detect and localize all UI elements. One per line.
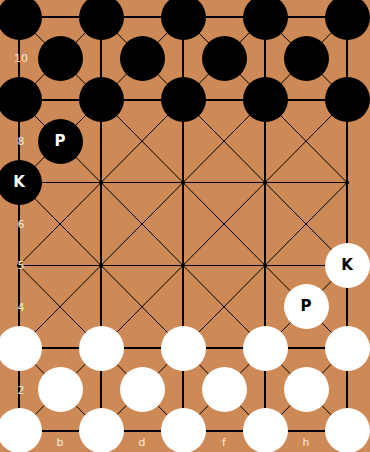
game-board: 1234567891011abcdefghi PKKP	[0, 0, 370, 452]
board-gap	[163, 369, 204, 410]
stone-white-pawn[interactable]	[325, 326, 370, 371]
board-point[interactable]	[286, 203, 327, 244]
board-gap	[122, 162, 163, 203]
board-point[interactable]	[163, 0, 204, 38]
board-gap	[122, 410, 163, 451]
board-point[interactable]	[327, 410, 368, 451]
board-gap	[204, 0, 245, 38]
board-point[interactable]	[327, 162, 368, 203]
board-point[interactable]	[286, 369, 327, 410]
board-gap	[81, 203, 122, 244]
board-point[interactable]: K	[0, 162, 40, 203]
board-point[interactable]	[245, 79, 286, 120]
board-point[interactable]	[204, 203, 245, 244]
board-gap	[245, 120, 286, 161]
board-point[interactable]	[286, 38, 327, 79]
board-point[interactable]	[40, 286, 81, 327]
board-gap	[327, 369, 368, 410]
stone-black-pawn[interactable]	[79, 77, 124, 122]
board-gap	[286, 327, 327, 368]
stone-black-pawn[interactable]	[0, 77, 42, 122]
board-gap	[327, 120, 368, 161]
board-point[interactable]	[204, 369, 245, 410]
board-point[interactable]	[40, 38, 81, 79]
board-point[interactable]	[0, 79, 40, 120]
stone-white-pawn[interactable]	[38, 367, 83, 412]
board-gap	[327, 38, 368, 79]
board-point[interactable]	[163, 245, 204, 286]
board-point[interactable]	[163, 162, 204, 203]
board-point[interactable]	[327, 327, 368, 368]
board-gap	[245, 286, 286, 327]
board-point[interactable]	[81, 327, 122, 368]
board-gap	[0, 286, 40, 327]
stone-black-pawn[interactable]	[243, 0, 288, 40]
stone-white-king[interactable]: K	[325, 243, 370, 288]
stone-black-pawn[interactable]	[161, 77, 206, 122]
stone-black-pawn[interactable]	[38, 36, 83, 81]
board-point[interactable]	[204, 286, 245, 327]
stone-black-king[interactable]: K	[0, 160, 42, 205]
board-gap	[40, 245, 81, 286]
board-points-grid: PKKP	[0, 0, 368, 452]
board-point[interactable]	[163, 327, 204, 368]
board-gap	[40, 162, 81, 203]
piece-letter: K	[341, 258, 353, 273]
board-point[interactable]	[122, 38, 163, 79]
stone-white-pawn[interactable]	[243, 326, 288, 371]
piece-letter: P	[55, 134, 66, 149]
board-point[interactable]	[163, 79, 204, 120]
board-gap	[0, 120, 40, 161]
stone-white-pawn[interactable]	[161, 408, 206, 452]
piece-letter: K	[13, 175, 25, 190]
board-gap	[327, 286, 368, 327]
board-point[interactable]	[245, 245, 286, 286]
board-point[interactable]	[81, 0, 122, 38]
stone-black-pawn[interactable]	[243, 77, 288, 122]
board-point[interactable]	[245, 410, 286, 451]
board-gap	[40, 79, 81, 120]
board-point[interactable]	[245, 0, 286, 38]
board-point[interactable]	[122, 120, 163, 161]
stone-white-prince[interactable]: P	[284, 284, 329, 329]
board-gap	[122, 327, 163, 368]
board-gap	[81, 38, 122, 79]
stone-black-pawn[interactable]	[325, 77, 370, 122]
stone-white-pawn[interactable]	[79, 408, 124, 452]
board-point[interactable]	[204, 120, 245, 161]
board-gap	[163, 38, 204, 79]
board-point[interactable]	[81, 245, 122, 286]
board-point[interactable]	[0, 327, 40, 368]
board-point[interactable]	[245, 327, 286, 368]
board-gap	[122, 79, 163, 120]
stone-white-pawn[interactable]	[202, 367, 247, 412]
board-point[interactable]	[327, 79, 368, 120]
board-gap	[245, 369, 286, 410]
stone-white-pawn[interactable]	[120, 367, 165, 412]
stone-black-pawn[interactable]	[325, 0, 370, 40]
board-gap	[245, 203, 286, 244]
board-point[interactable]: K	[327, 245, 368, 286]
board-point[interactable]	[204, 38, 245, 79]
board-point[interactable]	[286, 120, 327, 161]
stone-white-pawn[interactable]	[243, 408, 288, 452]
board-gap	[122, 245, 163, 286]
board-gap	[286, 0, 327, 38]
stone-white-pawn[interactable]	[284, 367, 329, 412]
board-gap	[122, 0, 163, 38]
board-point[interactable]	[163, 410, 204, 451]
board-point[interactable]: P	[286, 286, 327, 327]
board-gap	[286, 79, 327, 120]
board-gap	[204, 410, 245, 451]
stone-black-pawn[interactable]	[0, 0, 42, 40]
board-gap	[327, 203, 368, 244]
board-gap	[81, 286, 122, 327]
board-gap	[286, 162, 327, 203]
board-gap	[204, 245, 245, 286]
board-gap	[204, 79, 245, 120]
board-gap	[163, 203, 204, 244]
board-gap	[204, 327, 245, 368]
board-gap	[81, 369, 122, 410]
board-point[interactable]: P	[40, 120, 81, 161]
stone-white-pawn[interactable]	[325, 408, 370, 452]
stone-white-pawn[interactable]	[79, 326, 124, 371]
stone-black-prince[interactable]: P	[38, 119, 83, 164]
board-point[interactable]	[245, 162, 286, 203]
board-point[interactable]	[81, 410, 122, 451]
board-point[interactable]	[0, 245, 40, 286]
board-gap	[0, 203, 40, 244]
stone-black-pawn[interactable]	[79, 0, 124, 40]
stone-black-pawn[interactable]	[161, 0, 206, 40]
stone-white-pawn[interactable]	[0, 408, 42, 452]
board-gap	[81, 120, 122, 161]
board-gap	[163, 120, 204, 161]
board-point[interactable]	[40, 203, 81, 244]
board-gap	[245, 38, 286, 79]
board-point[interactable]	[0, 0, 40, 38]
board-point[interactable]	[122, 369, 163, 410]
board-point[interactable]	[0, 410, 40, 451]
piece-letter: P	[301, 299, 312, 314]
board-gap	[40, 327, 81, 368]
board-gap	[0, 38, 40, 79]
board-point[interactable]	[40, 369, 81, 410]
stone-white-pawn[interactable]	[0, 326, 42, 371]
board-point[interactable]	[81, 79, 122, 120]
board-gap	[40, 410, 81, 451]
stone-black-pawn[interactable]	[120, 36, 165, 81]
board-point[interactable]	[122, 203, 163, 244]
stone-white-pawn[interactable]	[161, 326, 206, 371]
stone-black-pawn[interactable]	[202, 36, 247, 81]
board-gap	[40, 0, 81, 38]
board-gap	[0, 369, 40, 410]
board-gap	[163, 286, 204, 327]
board-point[interactable]	[81, 162, 122, 203]
board-gap	[286, 245, 327, 286]
board-gap	[286, 410, 327, 451]
board-gap	[204, 162, 245, 203]
board-point[interactable]	[122, 286, 163, 327]
stone-black-pawn[interactable]	[284, 36, 329, 81]
board-point[interactable]	[327, 0, 368, 38]
